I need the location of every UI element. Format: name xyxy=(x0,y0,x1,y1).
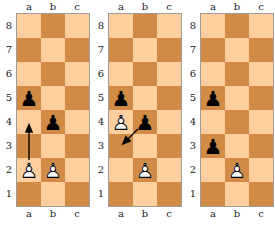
square-b3 xyxy=(133,134,157,158)
corner-spacer xyxy=(92,207,108,223)
square-a2 xyxy=(201,158,225,182)
square-b7 xyxy=(225,38,249,62)
file-label-b: b xyxy=(41,1,65,13)
file-label-c: c xyxy=(65,208,89,220)
rank-label-1: 1 xyxy=(0,182,16,206)
white-pawn-icon: ♙ xyxy=(112,110,131,134)
black-pawn-icon: ♟ xyxy=(44,110,63,134)
square-a6 xyxy=(109,62,133,86)
square-c3 xyxy=(157,134,181,158)
square-a4 xyxy=(17,110,41,134)
file-labels-top: abc xyxy=(108,0,182,13)
rank-label-7: 7 xyxy=(184,38,200,62)
square-c1 xyxy=(65,182,89,206)
rank-labels: 87654321 xyxy=(0,13,16,207)
corner-spacer xyxy=(0,207,16,223)
rank-label-5: 5 xyxy=(0,86,16,110)
rank-label-5: 5 xyxy=(184,86,200,110)
square-c3 xyxy=(65,134,89,158)
white-pawn-b2: ♟♙ xyxy=(228,160,247,181)
square-c5 xyxy=(157,86,181,110)
square-c2 xyxy=(249,158,273,182)
file-labels-bottom: abc xyxy=(16,207,90,223)
square-b2: ♟♙ xyxy=(41,158,65,182)
rank-label-3: 3 xyxy=(184,134,200,158)
white-pawn-icon: ♙ xyxy=(20,158,39,182)
corner-spacer xyxy=(0,0,16,13)
square-a3 xyxy=(17,134,41,158)
square-a1 xyxy=(17,182,41,206)
file-label-c: c xyxy=(249,208,273,220)
black-pawn-icon: ♟ xyxy=(112,86,131,110)
black-pawn-icon: ♟ xyxy=(204,86,223,110)
square-a4: ♟♙ xyxy=(109,110,133,134)
white-pawn-b2: ♟♙ xyxy=(44,160,63,181)
rank-label-8: 8 xyxy=(184,14,200,38)
square-a8 xyxy=(17,14,41,38)
black-pawn-icon: ♟ xyxy=(136,110,155,134)
square-a5: ♟ xyxy=(201,86,225,110)
square-a3: ♟ xyxy=(201,134,225,158)
file-label-c: c xyxy=(157,208,181,220)
square-a2: ♟♙ xyxy=(17,158,41,182)
square-b5 xyxy=(41,86,65,110)
file-label-a: a xyxy=(17,1,41,13)
square-a2 xyxy=(109,158,133,182)
file-labels-bottom: abc xyxy=(108,207,182,223)
square-c7 xyxy=(157,38,181,62)
square-a5: ♟ xyxy=(109,86,133,110)
square-a4 xyxy=(201,110,225,134)
square-b2: ♟♙ xyxy=(133,158,157,182)
white-pawn-a4: ♟♙ xyxy=(112,112,131,133)
square-c6 xyxy=(65,62,89,86)
square-c8 xyxy=(157,14,181,38)
square-b2: ♟♙ xyxy=(225,158,249,182)
square-a8 xyxy=(201,14,225,38)
square-c8 xyxy=(65,14,89,38)
file-labels-bottom: abc xyxy=(200,207,274,223)
square-c5 xyxy=(249,86,273,110)
rank-label-8: 8 xyxy=(92,14,108,38)
rank-label-8: 8 xyxy=(0,14,16,38)
position-2-squares: ♟♟♙♟♟♙ xyxy=(108,13,182,207)
square-a1 xyxy=(201,182,225,206)
square-b5 xyxy=(225,86,249,110)
square-b8 xyxy=(41,14,65,38)
rank-label-3: 3 xyxy=(92,134,108,158)
corner-spacer xyxy=(92,0,108,13)
square-a5: ♟ xyxy=(17,86,41,110)
file-label-c: c xyxy=(65,1,89,13)
black-pawn-b4: ♟ xyxy=(136,112,155,133)
square-a8 xyxy=(109,14,133,38)
square-b4: ♟ xyxy=(41,110,65,134)
board-1: abc87654321♟♟♟♙♟♙abc xyxy=(0,0,90,223)
square-b4: ♟ xyxy=(133,110,157,134)
board-2: abc87654321♟♟♙♟♟♙abc xyxy=(92,0,182,223)
position-3-squares: ♟♟♟♙ xyxy=(200,13,274,207)
square-c5 xyxy=(65,86,89,110)
square-c7 xyxy=(65,38,89,62)
file-label-a: a xyxy=(201,1,225,13)
file-label-c: c xyxy=(157,1,181,13)
white-pawn-icon: ♙ xyxy=(44,158,63,182)
square-c7 xyxy=(249,38,273,62)
file-label-b: b xyxy=(133,1,157,13)
file-label-b: b xyxy=(225,208,249,220)
white-pawn-b2: ♟♙ xyxy=(136,160,155,181)
square-c4 xyxy=(65,110,89,134)
rank-label-7: 7 xyxy=(0,38,16,62)
corner-spacer xyxy=(184,207,200,223)
square-a1 xyxy=(109,182,133,206)
square-a7 xyxy=(17,38,41,62)
black-pawn-a5: ♟ xyxy=(204,88,223,109)
rank-label-7: 7 xyxy=(92,38,108,62)
file-label-a: a xyxy=(109,1,133,13)
black-pawn-icon: ♟ xyxy=(20,86,39,110)
corner-spacer xyxy=(184,0,200,13)
square-c1 xyxy=(157,182,181,206)
square-c1 xyxy=(249,182,273,206)
file-label-a: a xyxy=(17,208,41,220)
rank-label-3: 3 xyxy=(0,134,16,158)
square-b4 xyxy=(225,110,249,134)
square-b1 xyxy=(41,182,65,206)
file-label-a: a xyxy=(109,208,133,220)
square-a7 xyxy=(109,38,133,62)
rank-label-6: 6 xyxy=(0,62,16,86)
rank-label-6: 6 xyxy=(184,62,200,86)
file-label-c: c xyxy=(249,1,273,13)
square-b5 xyxy=(133,86,157,110)
square-b1 xyxy=(133,182,157,206)
file-label-b: b xyxy=(133,208,157,220)
square-c3 xyxy=(249,134,273,158)
file-labels-top: abc xyxy=(16,0,90,13)
square-b8 xyxy=(225,14,249,38)
square-b6 xyxy=(133,62,157,86)
rank-label-6: 6 xyxy=(92,62,108,86)
square-c6 xyxy=(249,62,273,86)
square-b1 xyxy=(225,182,249,206)
square-c8 xyxy=(249,14,273,38)
white-pawn-icon: ♙ xyxy=(136,158,155,182)
square-c2 xyxy=(65,158,89,182)
file-label-a: a xyxy=(201,208,225,220)
square-b7 xyxy=(41,38,65,62)
white-pawn-icon: ♙ xyxy=(228,158,247,182)
square-b6 xyxy=(225,62,249,86)
black-pawn-icon: ♟ xyxy=(204,134,223,158)
square-a3 xyxy=(109,134,133,158)
black-pawn-b4: ♟ xyxy=(44,112,63,133)
board-3: abc87654321♟♟♟♙abc xyxy=(184,0,274,223)
rank-label-1: 1 xyxy=(92,182,108,206)
square-a6 xyxy=(17,62,41,86)
square-b8 xyxy=(133,14,157,38)
square-c2 xyxy=(157,158,181,182)
square-b7 xyxy=(133,38,157,62)
square-b3 xyxy=(225,134,249,158)
file-label-b: b xyxy=(41,208,65,220)
rank-label-1: 1 xyxy=(184,182,200,206)
rank-label-2: 2 xyxy=(0,158,16,182)
rank-label-4: 4 xyxy=(184,110,200,134)
rank-labels: 87654321 xyxy=(184,13,200,207)
rank-label-2: 2 xyxy=(184,158,200,182)
black-pawn-a5: ♟ xyxy=(112,88,131,109)
position-1-squares: ♟♟♟♙♟♙ xyxy=(16,13,90,207)
square-b3 xyxy=(41,134,65,158)
rank-label-4: 4 xyxy=(0,110,16,134)
white-pawn-a2: ♟♙ xyxy=(20,160,39,181)
black-pawn-a3: ♟ xyxy=(204,136,223,157)
file-labels-top: abc xyxy=(200,0,274,13)
rank-label-2: 2 xyxy=(92,158,108,182)
square-c6 xyxy=(157,62,181,86)
square-c4 xyxy=(157,110,181,134)
square-a7 xyxy=(201,38,225,62)
square-c4 xyxy=(249,110,273,134)
rank-label-4: 4 xyxy=(92,110,108,134)
file-label-b: b xyxy=(225,1,249,13)
square-b6 xyxy=(41,62,65,86)
rank-label-5: 5 xyxy=(92,86,108,110)
black-pawn-a5: ♟ xyxy=(20,88,39,109)
square-a6 xyxy=(201,62,225,86)
rank-labels: 87654321 xyxy=(92,13,108,207)
